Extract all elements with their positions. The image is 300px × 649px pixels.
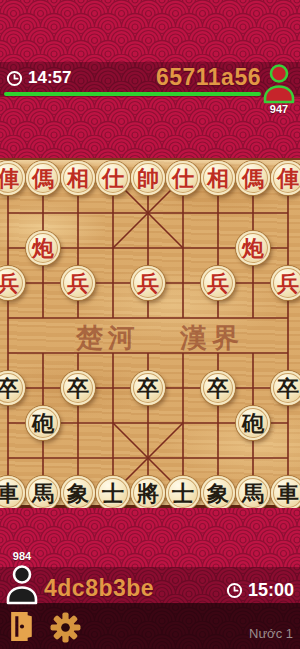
piece-black-馬[interactable]: 馬 bbox=[236, 476, 270, 508]
piece-black-砲[interactable]: 砲 bbox=[236, 406, 270, 440]
piece-red-兵[interactable]: 兵 bbox=[271, 266, 300, 300]
piece-red-炮[interactable]: 炮 bbox=[26, 231, 60, 265]
piece-black-士[interactable]: 士 bbox=[166, 476, 200, 508]
piece-red-仕[interactable]: 仕 bbox=[166, 161, 200, 195]
move-counter: Nước 1 bbox=[249, 626, 293, 641]
piece-red-兵[interactable]: 兵 bbox=[61, 266, 95, 300]
piece-red-兵[interactable]: 兵 bbox=[201, 266, 235, 300]
piece-red-傌[interactable]: 傌 bbox=[26, 161, 60, 195]
piece-black-卒[interactable]: 卒 bbox=[61, 371, 95, 405]
piece-red-俥[interactable]: 俥 bbox=[271, 161, 300, 195]
piece-black-馬[interactable]: 馬 bbox=[26, 476, 60, 508]
piece-black-卒[interactable]: 卒 bbox=[0, 371, 25, 405]
piece-black-車[interactable]: 車 bbox=[0, 476, 25, 508]
piece-red-兵[interactable]: 兵 bbox=[131, 266, 165, 300]
top-player-clock: 14:57 bbox=[6, 68, 71, 88]
top-clock-time: 14:57 bbox=[28, 68, 71, 88]
piece-black-卒[interactable]: 卒 bbox=[201, 371, 235, 405]
piece-black-將[interactable]: 將 bbox=[131, 476, 165, 508]
top-timer-progress bbox=[4, 92, 261, 96]
piece-black-車[interactable]: 車 bbox=[271, 476, 300, 508]
piece-red-炮[interactable]: 炮 bbox=[236, 231, 270, 265]
piece-red-傌[interactable]: 傌 bbox=[236, 161, 270, 195]
xiangqi-board[interactable]: 楚河 漢界 俥傌相仕帥仕相傌俥炮炮兵兵兵兵兵卒卒卒卒卒砲砲車馬象士將士象馬車 bbox=[0, 158, 300, 508]
piece-black-象[interactable]: 象 bbox=[201, 476, 235, 508]
piece-red-仕[interactable]: 仕 bbox=[96, 161, 130, 195]
clock-icon bbox=[6, 70, 23, 87]
game-screen: 14:57 65711a56 947 楚河 漢界 俥傌相仕帥仕相傌俥炮炮兵兵兵兵… bbox=[0, 0, 300, 649]
piece-red-兵[interactable]: 兵 bbox=[0, 266, 25, 300]
pieces-layer: 俥傌相仕帥仕相傌俥炮炮兵兵兵兵兵卒卒卒卒卒砲砲車馬象士將士象馬車 bbox=[0, 158, 300, 508]
piece-red-相[interactable]: 相 bbox=[61, 161, 95, 195]
piece-red-帥[interactable]: 帥 bbox=[131, 161, 165, 195]
bottom-clock-time: 15:00 bbox=[248, 580, 294, 601]
door-exit-icon bbox=[9, 610, 36, 643]
piece-black-象[interactable]: 象 bbox=[61, 476, 95, 508]
piece-black-卒[interactable]: 卒 bbox=[131, 371, 165, 405]
piece-black-卒[interactable]: 卒 bbox=[271, 371, 300, 405]
gear-icon bbox=[50, 612, 81, 643]
exit-button[interactable] bbox=[9, 610, 36, 646]
bottom-player-name: 4dc8b3be bbox=[44, 575, 154, 602]
top-player-avatar person-icon[interactable] bbox=[261, 62, 297, 104]
piece-red-俥[interactable]: 俥 bbox=[0, 161, 25, 195]
piece-black-砲[interactable]: 砲 bbox=[26, 406, 60, 440]
settings-button[interactable] bbox=[50, 612, 81, 646]
bottom-player-avatar person-icon[interactable] bbox=[4, 563, 40, 605]
top-player-name: 65711a56 bbox=[156, 64, 261, 91]
top-player-rating: 947 bbox=[261, 103, 297, 115]
bottom-player-clock: 15:00 bbox=[226, 580, 294, 601]
clock-icon bbox=[226, 582, 243, 599]
piece-red-相[interactable]: 相 bbox=[201, 161, 235, 195]
piece-black-士[interactable]: 士 bbox=[96, 476, 130, 508]
bottom-player-rating: 984 bbox=[4, 550, 40, 562]
